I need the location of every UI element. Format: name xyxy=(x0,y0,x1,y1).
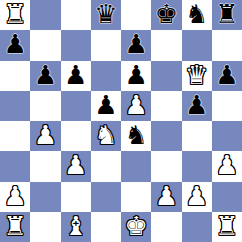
white-queen-piece: ♛ xyxy=(185,62,208,88)
square-e5[interactable]: ♟ xyxy=(121,91,151,121)
square-g3[interactable] xyxy=(182,151,212,181)
square-e4[interactable]: ♞ xyxy=(121,121,151,151)
square-b4[interactable]: ♟ xyxy=(30,121,60,151)
square-h4[interactable] xyxy=(212,121,242,151)
square-e3[interactable] xyxy=(121,151,151,181)
square-b7[interactable] xyxy=(30,30,60,60)
white-pawn-piece: ♟ xyxy=(215,152,238,178)
black-pawn-piece: ♟ xyxy=(124,62,147,88)
black-queen-piece: ♛ xyxy=(94,1,117,27)
square-d4[interactable]: ♞ xyxy=(91,121,121,151)
white-rook-piece: ♜ xyxy=(3,213,26,239)
square-d2[interactable] xyxy=(91,182,121,212)
square-a3[interactable] xyxy=(0,151,30,181)
square-h3[interactable]: ♟ xyxy=(212,151,242,181)
black-knight-piece: ♞ xyxy=(185,1,208,27)
black-king-piece: ♚ xyxy=(155,1,178,27)
square-c1[interactable]: ♝ xyxy=(61,212,91,242)
white-king-piece: ♚ xyxy=(124,213,147,239)
white-pawn-piece: ♟ xyxy=(185,183,208,209)
square-b6[interactable]: ♟ xyxy=(30,61,60,91)
white-pawn-piece: ♟ xyxy=(124,92,147,118)
square-b1[interactable] xyxy=(30,212,60,242)
white-knight-piece: ♞ xyxy=(94,122,117,148)
square-d6[interactable] xyxy=(91,61,121,91)
square-b2[interactable] xyxy=(30,182,60,212)
square-f2[interactable]: ♟ xyxy=(151,182,181,212)
black-rook-piece: ♜ xyxy=(215,1,238,27)
square-f5[interactable] xyxy=(151,91,181,121)
square-d3[interactable] xyxy=(91,151,121,181)
square-c3[interactable]: ♟ xyxy=(61,151,91,181)
square-g5[interactable]: ♟ xyxy=(182,91,212,121)
square-d5[interactable]: ♟ xyxy=(91,91,121,121)
square-b3[interactable] xyxy=(30,151,60,181)
square-g2[interactable]: ♟ xyxy=(182,182,212,212)
black-pawn-piece: ♟ xyxy=(94,92,117,118)
square-c2[interactable] xyxy=(61,182,91,212)
square-d1[interactable] xyxy=(91,212,121,242)
white-bishop-piece: ♝ xyxy=(64,213,87,239)
black-pawn-piece: ♟ xyxy=(215,62,238,88)
square-a5[interactable] xyxy=(0,91,30,121)
square-c4[interactable] xyxy=(61,121,91,151)
square-a6[interactable] xyxy=(0,61,30,91)
white-rook-piece: ♜ xyxy=(215,213,238,239)
square-h6[interactable]: ♟ xyxy=(212,61,242,91)
black-pawn-piece: ♟ xyxy=(185,92,208,118)
chess-board: ♜♛♚♞♜♟♟♟♟♟♛♟♟♟♟♟♞♞♟♟♟♟♟♜♝♚♜ xyxy=(0,0,242,242)
square-d8[interactable]: ♛ xyxy=(91,0,121,30)
square-e6[interactable]: ♟ xyxy=(121,61,151,91)
square-f7[interactable] xyxy=(151,30,181,60)
white-pawn-piece: ♟ xyxy=(3,183,26,209)
square-c5[interactable] xyxy=(61,91,91,121)
square-f1[interactable] xyxy=(151,212,181,242)
square-g1[interactable] xyxy=(182,212,212,242)
black-knight-piece: ♞ xyxy=(124,122,147,148)
black-pawn-piece: ♟ xyxy=(34,62,57,88)
square-e2[interactable] xyxy=(121,182,151,212)
square-g7[interactable] xyxy=(182,30,212,60)
square-d7[interactable] xyxy=(91,30,121,60)
square-c6[interactable]: ♟ xyxy=(61,61,91,91)
square-f3[interactable] xyxy=(151,151,181,181)
square-g6[interactable]: ♛ xyxy=(182,61,212,91)
square-f8[interactable]: ♚ xyxy=(151,0,181,30)
square-h2[interactable] xyxy=(212,182,242,212)
black-pawn-piece: ♟ xyxy=(64,62,87,88)
square-h5[interactable] xyxy=(212,91,242,121)
square-c7[interactable] xyxy=(61,30,91,60)
square-c8[interactable] xyxy=(61,0,91,30)
white-pawn-piece: ♟ xyxy=(155,183,178,209)
square-f4[interactable] xyxy=(151,121,181,151)
square-e7[interactable]: ♟ xyxy=(121,30,151,60)
white-pawn-piece: ♟ xyxy=(64,152,87,178)
square-a4[interactable] xyxy=(0,121,30,151)
square-e8[interactable] xyxy=(121,0,151,30)
square-f6[interactable] xyxy=(151,61,181,91)
square-a7[interactable]: ♟ xyxy=(0,30,30,60)
square-h8[interactable]: ♜ xyxy=(212,0,242,30)
square-b8[interactable] xyxy=(30,0,60,30)
square-a8[interactable]: ♜ xyxy=(0,0,30,30)
square-a1[interactable]: ♜ xyxy=(0,212,30,242)
square-h1[interactable]: ♜ xyxy=(212,212,242,242)
white-pawn-piece: ♟ xyxy=(34,122,57,148)
black-pawn-piece: ♟ xyxy=(3,31,26,57)
black-pawn-piece: ♟ xyxy=(124,31,147,57)
square-h7[interactable] xyxy=(212,30,242,60)
square-a2[interactable]: ♟ xyxy=(0,182,30,212)
square-g8[interactable]: ♞ xyxy=(182,0,212,30)
white-rook-piece: ♜ xyxy=(3,1,26,27)
square-e1[interactable]: ♚ xyxy=(121,212,151,242)
square-b5[interactable] xyxy=(30,91,60,121)
square-g4[interactable] xyxy=(182,121,212,151)
